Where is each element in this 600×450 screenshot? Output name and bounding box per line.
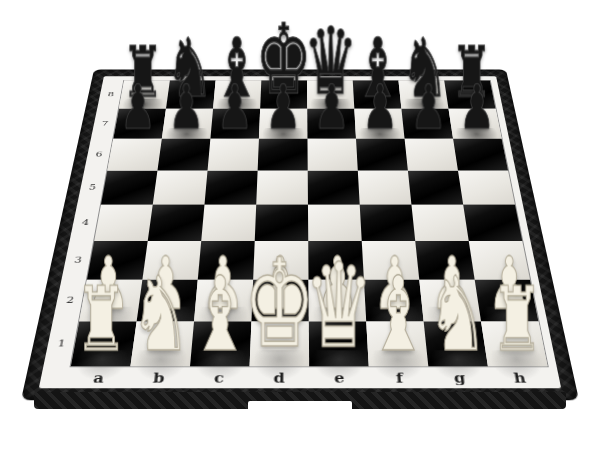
black-pawn-e7[interactable]: ♟ [314,78,350,136]
square-e1[interactable]: ♛ [309,321,369,366]
square-c1[interactable]: ♝ [190,321,251,366]
square-e5[interactable] [308,171,360,205]
latch-notch [248,401,352,410]
square-f7[interactable]: ♟ [354,109,404,139]
square-g4[interactable] [411,205,468,241]
white-rook-h1[interactable]: ♜ [491,278,543,363]
square-c7[interactable]: ♟ [210,109,260,139]
square-h6[interactable] [453,139,508,171]
square-b6[interactable] [157,139,210,171]
square-f6[interactable] [356,139,408,171]
white-knight-b1[interactable]: ♞ [130,265,191,363]
file-label-c: c [214,372,225,385]
rank-label-3: 3 [70,256,86,264]
file-label-h: h [513,372,527,385]
square-a5[interactable] [101,171,157,205]
black-pawn-h7[interactable]: ♟ [459,78,495,136]
square-d5[interactable] [256,171,308,205]
product-photo-scene: ♜♞♝♚♛♝♞♜♟♟♟♟♟♟♟♟♟♟♟♟♟♟♟♟♜♞♝♚♛♝♞♜ 8765432… [0,0,600,450]
square-g7[interactable]: ♟ [401,109,453,139]
white-knight-g1[interactable]: ♞ [427,265,488,363]
square-g1[interactable]: ♞ [424,321,488,366]
square-h4[interactable] [463,205,522,241]
white-queen-e1[interactable]: ♛ [304,251,373,362]
square-f4[interactable] [360,205,416,241]
square-d1[interactable]: ♚ [250,321,310,366]
rank-label-5: 5 [85,184,100,191]
square-a1[interactable]: ♜ [71,321,137,366]
white-bishop-f1[interactable]: ♝ [368,265,429,363]
board-front-edge [34,392,566,409]
file-label-f: f [395,372,403,385]
rank-label-8: 8 [104,91,118,97]
rank-label-7: 7 [98,120,112,126]
square-c5[interactable] [204,171,257,205]
chess-board-frame: ♜♞♝♚♛♝♞♜♟♟♟♟♟♟♟♟♟♟♟♟♟♟♟♟♜♞♝♚♛♝♞♜ 8765432… [21,70,579,401]
board-surface: ♜♞♝♚♛♝♞♜♟♟♟♟♟♟♟♟♟♟♟♟♟♟♟♟♜♞♝♚♛♝♞♜ 8765432… [39,76,561,388]
black-pawn-a7[interactable]: ♟ [120,78,156,136]
square-g5[interactable] [408,171,463,205]
file-label-a: a [92,372,105,385]
square-d7[interactable]: ♟ [259,109,308,139]
square-a4[interactable] [94,205,153,241]
white-bishop-c1[interactable]: ♝ [190,265,251,363]
square-h5[interactable] [458,171,515,205]
square-h1[interactable]: ♜ [481,321,547,366]
square-e6[interactable] [307,139,357,171]
square-b5[interactable] [153,171,208,205]
file-label-d: d [273,372,285,385]
square-f1[interactable]: ♝ [366,321,428,366]
rank-label-4: 4 [78,219,94,227]
board-grid: ♜♞♝♚♛♝♞♜♟♟♟♟♟♟♟♟♟♟♟♟♟♟♟♟♜♞♝♚♛♝♞♜ [71,80,548,366]
rank-label-6: 6 [92,151,107,158]
black-pawn-g7[interactable]: ♟ [410,78,446,136]
white-rook-a1[interactable]: ♜ [75,278,127,363]
square-a7[interactable]: ♟ [113,109,166,139]
square-d6[interactable] [258,139,308,171]
square-h7[interactable]: ♟ [449,109,502,139]
square-e7[interactable]: ♟ [307,109,356,139]
square-e4[interactable] [308,205,362,241]
square-b7[interactable]: ♟ [162,109,213,139]
square-g6[interactable] [405,139,458,171]
black-pawn-d7[interactable]: ♟ [265,78,301,136]
black-pawn-b7[interactable]: ♟ [168,78,204,136]
file-label-b: b [152,372,165,385]
file-label-g: g [453,372,466,385]
black-pawn-c7[interactable]: ♟ [217,78,253,136]
square-c6[interactable] [208,139,259,171]
square-f5[interactable] [358,171,412,205]
file-label-e: e [334,372,345,385]
black-pawn-f7[interactable]: ♟ [362,78,398,136]
rank-label-1: 1 [53,339,71,348]
square-b1[interactable]: ♞ [130,321,194,366]
square-b4[interactable] [148,205,205,241]
square-a6[interactable] [107,139,161,171]
